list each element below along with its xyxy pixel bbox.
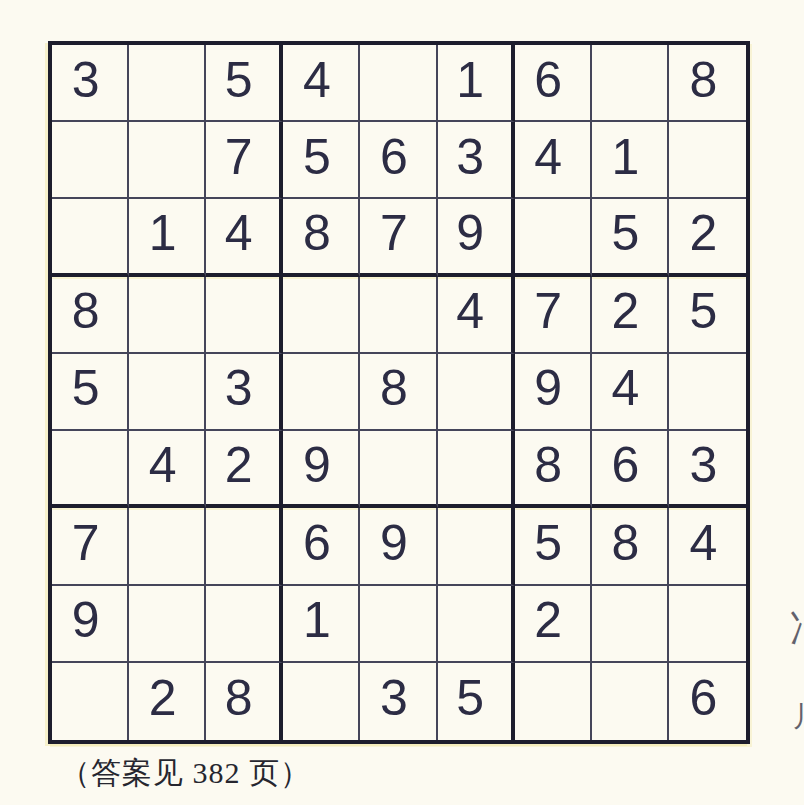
- given-digit: 3: [456, 132, 484, 182]
- clipped-character-fragment: 丿: [792, 698, 804, 732]
- given-digit: 8: [380, 363, 408, 413]
- given-digit: 6: [534, 55, 562, 105]
- sudoku-cell-given[interactable]: 5: [283, 122, 360, 199]
- given-digit: 8: [534, 440, 562, 490]
- sudoku-cell-given[interactable]: 5: [515, 508, 592, 585]
- sudoku-cell-given[interactable]: 8: [206, 663, 283, 740]
- sudoku-cell-given[interactable]: 3: [52, 45, 129, 122]
- sudoku-cell-empty[interactable]: [438, 431, 515, 508]
- sudoku-cell-given[interactable]: 3: [360, 663, 437, 740]
- given-digit: 6: [303, 518, 331, 568]
- given-digit: 3: [690, 440, 718, 490]
- sudoku-cell-given[interactable]: 7: [360, 199, 437, 276]
- sudoku-cell-empty[interactable]: [52, 431, 129, 508]
- sudoku-cell-given[interactable]: 1: [592, 122, 669, 199]
- sudoku-cell-given[interactable]: 3: [206, 354, 283, 431]
- sudoku-cell-given[interactable]: 7: [515, 277, 592, 354]
- sudoku-cell-given[interactable]: 8: [669, 45, 746, 122]
- given-digit: 9: [72, 595, 100, 645]
- sudoku-cell-given[interactable]: 7: [206, 122, 283, 199]
- given-digit: 5: [303, 132, 331, 182]
- given-digit: 7: [225, 132, 253, 182]
- sudoku-cell-empty[interactable]: [206, 508, 283, 585]
- given-digit: 4: [611, 363, 639, 413]
- sudoku-cell-given[interactable]: 3: [669, 431, 746, 508]
- sudoku-cell-given[interactable]: 9: [52, 586, 129, 663]
- sudoku-cell-given[interactable]: 4: [438, 277, 515, 354]
- sudoku-cell-empty[interactable]: [129, 45, 206, 122]
- sudoku-cell-given[interactable]: 4: [283, 45, 360, 122]
- sudoku-cell-given[interactable]: 2: [206, 431, 283, 508]
- sudoku-cell-empty[interactable]: [360, 431, 437, 508]
- given-digit: 1: [611, 132, 639, 182]
- sudoku-cell-given[interactable]: 7: [52, 508, 129, 585]
- given-digit: 8: [611, 518, 639, 568]
- sudoku-cell-given[interactable]: 2: [592, 277, 669, 354]
- given-digit: 2: [611, 286, 639, 336]
- sudoku-cell-empty[interactable]: [52, 663, 129, 740]
- given-digit: 7: [534, 286, 562, 336]
- given-digit: 5: [534, 518, 562, 568]
- sudoku-cell-given[interactable]: 4: [669, 508, 746, 585]
- given-digit: 5: [690, 286, 718, 336]
- given-digit: 6: [690, 673, 718, 723]
- answer-reference-caption: （答案见 382 页）: [60, 753, 311, 794]
- given-digit: 1: [456, 55, 484, 105]
- given-digit: 3: [380, 673, 408, 723]
- sudoku-cell-empty[interactable]: [52, 122, 129, 199]
- sudoku-cell-given[interactable]: 6: [360, 122, 437, 199]
- given-digit: 7: [380, 208, 408, 258]
- given-digit: 9: [534, 363, 562, 413]
- sudoku-cell-given[interactable]: 1: [438, 45, 515, 122]
- given-digit: 9: [380, 518, 408, 568]
- sudoku-cell-given[interactable]: 4: [129, 431, 206, 508]
- sudoku-cell-empty[interactable]: [129, 122, 206, 199]
- given-digit: 8: [72, 286, 100, 336]
- sudoku-cell-given[interactable]: 3: [438, 122, 515, 199]
- given-digit: 7: [72, 518, 100, 568]
- sudoku-cell-given[interactable]: 6: [592, 431, 669, 508]
- sudoku-cell-given[interactable]: 6: [669, 663, 746, 740]
- sudoku-cell-empty[interactable]: [669, 586, 746, 663]
- sudoku-cell-empty[interactable]: [360, 45, 437, 122]
- sudoku-cell-given[interactable]: 9: [438, 199, 515, 276]
- sudoku-cell-given[interactable]: 5: [669, 277, 746, 354]
- given-digit: 5: [225, 55, 253, 105]
- sudoku-cell-empty[interactable]: [283, 663, 360, 740]
- sudoku-cell-empty[interactable]: [669, 354, 746, 431]
- sudoku-cell-empty[interactable]: [283, 354, 360, 431]
- sudoku-grid: 3541687563411487952847255389442986376958…: [48, 41, 750, 744]
- sudoku-cell-empty[interactable]: [592, 45, 669, 122]
- given-digit: 4: [303, 55, 331, 105]
- sudoku-cell-given[interactable]: 5: [206, 45, 283, 122]
- sudoku-cell-given[interactable]: 8: [360, 354, 437, 431]
- sudoku-cell-given[interactable]: 9: [360, 508, 437, 585]
- clipped-character-fragment: 冫: [789, 606, 804, 650]
- given-digit: 3: [72, 55, 100, 105]
- sudoku-cell-empty[interactable]: [283, 277, 360, 354]
- sudoku-cell-given[interactable]: 4: [206, 199, 283, 276]
- sudoku-cell-given[interactable]: 8: [283, 199, 360, 276]
- given-digit: 6: [380, 132, 408, 182]
- sudoku-cell-given[interactable]: 8: [515, 431, 592, 508]
- given-digit: 4: [534, 132, 562, 182]
- given-digit: 5: [456, 673, 484, 723]
- sudoku-cell-empty[interactable]: [129, 508, 206, 585]
- sudoku-cell-empty[interactable]: [52, 199, 129, 276]
- given-digit: 1: [149, 208, 177, 258]
- given-digit: 2: [534, 595, 562, 645]
- given-digit: 6: [611, 440, 639, 490]
- given-digit: 2: [149, 673, 177, 723]
- sudoku-cell-given[interactable]: 9: [515, 354, 592, 431]
- sudoku-cell-given[interactable]: 9: [283, 431, 360, 508]
- given-digit: 8: [690, 55, 718, 105]
- given-digit: 4: [149, 440, 177, 490]
- sudoku-cell-empty[interactable]: [438, 354, 515, 431]
- sudoku-cell-given[interactable]: 8: [52, 277, 129, 354]
- given-digit: 8: [303, 208, 331, 258]
- sudoku-cell-given[interactable]: 2: [669, 199, 746, 276]
- sudoku-cell-empty[interactable]: [592, 663, 669, 740]
- sudoku-cell-given[interactable]: 6: [515, 45, 592, 122]
- given-digit: 9: [456, 208, 484, 258]
- sudoku-cell-empty[interactable]: [206, 586, 283, 663]
- sudoku-cell-empty[interactable]: [129, 586, 206, 663]
- sudoku-cell-given[interactable]: 5: [52, 354, 129, 431]
- given-digit: 5: [611, 208, 639, 258]
- sudoku-cell-given[interactable]: 4: [515, 122, 592, 199]
- given-digit: 5: [72, 363, 100, 413]
- sudoku-cell-given[interactable]: 8: [592, 508, 669, 585]
- sudoku-cell-empty[interactable]: [360, 277, 437, 354]
- given-digit: 4: [225, 208, 253, 258]
- given-digit: 4: [456, 286, 484, 336]
- given-digit: 4: [690, 518, 718, 568]
- sudoku-cell-given[interactable]: 1: [283, 586, 360, 663]
- sudoku-cell-given[interactable]: 4: [592, 354, 669, 431]
- given-digit: 9: [303, 440, 331, 490]
- sudoku-cell-empty[interactable]: [438, 508, 515, 585]
- sudoku-cell-given[interactable]: 2: [515, 586, 592, 663]
- sudoku-cell-empty[interactable]: [129, 354, 206, 431]
- sudoku-cell-empty[interactable]: [515, 199, 592, 276]
- given-digit: 8: [225, 673, 253, 723]
- sudoku-cell-given[interactable]: 5: [592, 199, 669, 276]
- scanned-sudoku-page: 3541687563411487952847255389442986376958…: [0, 0, 804, 805]
- given-digit: 3: [225, 363, 253, 413]
- sudoku-cell-empty[interactable]: [669, 122, 746, 199]
- given-digit: 2: [225, 440, 253, 490]
- sudoku-cell-given[interactable]: 6: [283, 508, 360, 585]
- sudoku-cell-given[interactable]: 5: [438, 663, 515, 740]
- sudoku-cell-empty[interactable]: [206, 277, 283, 354]
- sudoku-cell-given[interactable]: 2: [129, 663, 206, 740]
- sudoku-cell-empty[interactable]: [438, 586, 515, 663]
- sudoku-cell-empty[interactable]: [515, 663, 592, 740]
- given-digit: 2: [690, 208, 718, 258]
- sudoku-cell-empty[interactable]: [129, 277, 206, 354]
- given-digit: 1: [303, 595, 331, 645]
- sudoku-cell-given[interactable]: 1: [129, 199, 206, 276]
- sudoku-cell-empty[interactable]: [592, 586, 669, 663]
- sudoku-cell-empty[interactable]: [360, 586, 437, 663]
